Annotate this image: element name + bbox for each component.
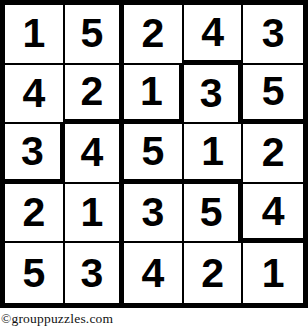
cell-r5c1: 5 — [5, 243, 65, 303]
cell-r3c3: 5 — [124, 124, 184, 184]
cell-r1c5: 3 — [243, 5, 303, 65]
copyright: ©grouppuzzles.com — [1, 311, 307, 328]
cell-r4c4: 5 — [184, 184, 244, 244]
cell-r2c2: 2 — [65, 65, 125, 125]
cell-r3c4: 1 — [184, 124, 244, 184]
cell-r4c5: 4 — [243, 184, 303, 244]
cell-r3c5: 2 — [243, 124, 303, 184]
cell-r5c5: 1 — [243, 243, 303, 303]
cell-r2c3: 1 — [124, 65, 184, 125]
cell-r4c2: 1 — [65, 184, 125, 244]
cell-r1c4: 4 — [184, 5, 244, 65]
cell-r2c5: 5 — [243, 65, 303, 125]
cell-r4c1: 2 — [5, 184, 65, 244]
cell-r4c3: 3 — [124, 184, 184, 244]
sudoku-board: 1524342135345122135453421 — [0, 0, 308, 308]
cell-r1c1: 1 — [5, 5, 65, 65]
cell-r1c3: 2 — [124, 5, 184, 65]
cell-r2c4: 3 — [184, 65, 244, 125]
cell-r5c2: 3 — [65, 243, 125, 303]
cell-r2c1: 4 — [5, 65, 65, 125]
cell-r3c1: 3 — [5, 124, 65, 184]
cell-r3c2: 4 — [65, 124, 125, 184]
cell-r5c4: 2 — [184, 243, 244, 303]
cell-r5c3: 4 — [124, 243, 184, 303]
cell-r1c2: 5 — [65, 5, 125, 65]
